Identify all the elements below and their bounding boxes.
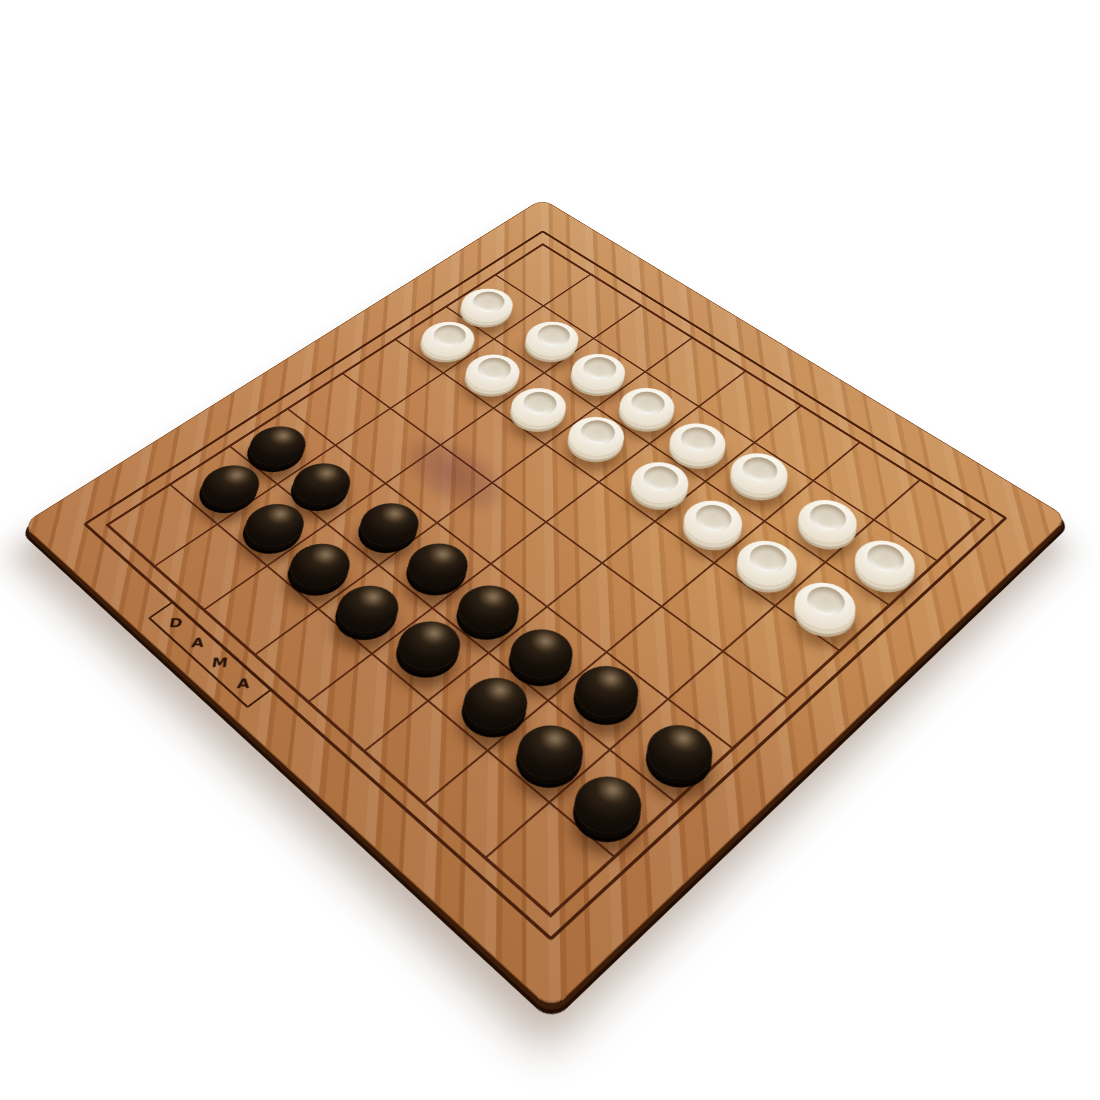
dama-letter: D bbox=[168, 618, 183, 630]
white-piece-h7[interactable] bbox=[843, 531, 927, 595]
black-piece-f2[interactable] bbox=[450, 667, 540, 740]
dama-letter: A bbox=[236, 678, 250, 691]
black-piece-d3[interactable] bbox=[396, 534, 480, 598]
black-piece-b2[interactable] bbox=[233, 495, 315, 556]
black-piece-a2[interactable] bbox=[190, 457, 271, 516]
dama-letter: M bbox=[211, 657, 229, 670]
black-piece-e3[interactable] bbox=[445, 576, 531, 643]
black-piece-g2[interactable] bbox=[504, 715, 596, 792]
scene: DAMA bbox=[0, 0, 1100, 1100]
white-piece-b7[interactable] bbox=[515, 314, 589, 364]
black-piece-e2[interactable] bbox=[385, 611, 472, 680]
white-piece-c7[interactable] bbox=[561, 347, 637, 399]
white-piece-a7[interactable] bbox=[451, 282, 524, 330]
black-piece-c3[interactable] bbox=[349, 495, 431, 556]
black-piece-g3[interactable] bbox=[562, 656, 651, 728]
black-piece-f3[interactable] bbox=[497, 619, 585, 689]
board-wood: DAMA bbox=[22, 199, 1068, 1011]
white-piece-c6[interactable] bbox=[500, 381, 577, 435]
white-piece-f6[interactable] bbox=[671, 492, 753, 553]
white-piece-f7[interactable] bbox=[719, 445, 799, 503]
black-piece-h2[interactable] bbox=[561, 765, 655, 846]
black-piece-b3[interactable] bbox=[281, 455, 361, 514]
black-piece-a3[interactable] bbox=[238, 418, 317, 474]
white-piece-g6[interactable] bbox=[726, 532, 810, 596]
dama-board: DAMA bbox=[22, 199, 1068, 1011]
black-piece-h3[interactable] bbox=[633, 715, 725, 792]
white-piece-b6[interactable] bbox=[455, 347, 531, 399]
black-piece-c2[interactable] bbox=[278, 535, 362, 599]
white-piece-e6[interactable] bbox=[619, 454, 699, 513]
pieces-layer bbox=[23, 199, 1067, 1009]
black-piece-d2[interactable] bbox=[325, 576, 411, 643]
white-piece-a6[interactable] bbox=[411, 315, 485, 365]
dama-letter: A bbox=[190, 637, 204, 650]
white-piece-g7[interactable] bbox=[787, 492, 869, 553]
white-piece-h6[interactable] bbox=[782, 573, 868, 640]
